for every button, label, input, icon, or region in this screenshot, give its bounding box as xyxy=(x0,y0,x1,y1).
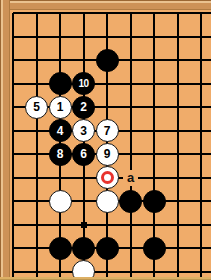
intersection-c4r2 xyxy=(72,25,96,49)
move-number: 9 xyxy=(104,148,111,160)
intersection-c3r2 xyxy=(48,25,72,49)
white-stone-move-9: 9 xyxy=(96,143,119,166)
move-number: 1 xyxy=(57,101,64,113)
intersection-c2r9 xyxy=(25,189,49,213)
intersection-c7r6 xyxy=(142,119,166,143)
intersection-c4r5: 2 xyxy=(72,95,96,119)
move-number: 3 xyxy=(80,124,87,136)
move-number: 5 xyxy=(33,101,40,113)
intersection-c7r11 xyxy=(142,236,166,260)
intersection-c7r3 xyxy=(142,48,166,72)
white-stone-move-7: 7 xyxy=(96,119,119,142)
intersection-c3r6: 4 xyxy=(48,119,72,143)
intersection-c8r7 xyxy=(166,142,190,166)
intersection-c9r11 xyxy=(189,236,211,260)
intersection-c5r2 xyxy=(95,25,119,49)
white-stone xyxy=(96,166,119,189)
intersection-c6r6 xyxy=(119,119,143,143)
intersection-c7r5 xyxy=(142,95,166,119)
intersection-c8r5 xyxy=(166,95,190,119)
intersection-c7r8 xyxy=(142,166,166,190)
black-stone-move-2: 2 xyxy=(72,96,95,119)
intersection-c8r3 xyxy=(166,48,190,72)
black-stone-move-6: 6 xyxy=(72,143,95,166)
move-number: 6 xyxy=(80,148,87,160)
white-stone-move-5: 5 xyxy=(25,96,48,119)
white-stone xyxy=(96,190,119,213)
white-stone-move-3: 3 xyxy=(72,119,95,142)
intersection-c7r9 xyxy=(142,189,166,213)
black-stone xyxy=(49,72,72,95)
intersection-c9r2 xyxy=(189,25,211,49)
intersection-c6r10 xyxy=(119,213,143,237)
intersection-c2r6 xyxy=(25,119,49,143)
intersection-c5r8 xyxy=(95,166,119,190)
black-stone-move-4: 4 xyxy=(49,119,72,142)
intersection-c3r11 xyxy=(48,236,72,260)
intersection-c6r4 xyxy=(119,72,143,96)
intersection-c7r4 xyxy=(142,72,166,96)
intersection-c4r6: 3 xyxy=(72,119,96,143)
intersection-c9r5 xyxy=(189,95,211,119)
move-number: 8 xyxy=(57,148,64,160)
intersection-c2r5: 5 xyxy=(25,95,49,119)
move-number: 7 xyxy=(104,124,111,136)
intersection-c9r10 xyxy=(189,213,211,237)
intersection-c4r11 xyxy=(72,236,96,260)
black-stone xyxy=(96,49,119,72)
intersection-c9r6 xyxy=(189,119,211,143)
intersection-c8r4 xyxy=(166,72,190,96)
hoshi-point xyxy=(81,222,87,228)
intersection-c8r8 xyxy=(166,166,190,190)
intersection-c2r10 xyxy=(25,213,49,237)
move-number: 2 xyxy=(80,101,87,113)
intersection-c3r4 xyxy=(48,72,72,96)
black-stone xyxy=(143,190,166,213)
intersection-c6r11 xyxy=(119,236,143,260)
intersection-c2r4 xyxy=(25,72,49,96)
point-label-a: a xyxy=(123,170,138,186)
intersection-c7r7 xyxy=(142,142,166,166)
intersection-c4r9 xyxy=(72,189,96,213)
intersection-c8r9 xyxy=(166,189,190,213)
intersection-c6r2 xyxy=(119,25,143,49)
intersection-c3r9 xyxy=(48,189,72,213)
intersection-c9r4 xyxy=(189,72,211,96)
intersection-c4r3 xyxy=(72,48,96,72)
intersection-c6r5 xyxy=(119,95,143,119)
intersection-c6r3 xyxy=(119,48,143,72)
intersection-c2r8 xyxy=(25,166,49,190)
intersection-c2r2 xyxy=(25,25,49,49)
intersection-c6r7 xyxy=(119,142,143,166)
intersection-c9r9 xyxy=(189,189,211,213)
intersection-c4r10 xyxy=(72,213,96,237)
intersection-c5r6: 7 xyxy=(95,119,119,143)
intersection-c5r9 xyxy=(95,189,119,213)
intersection-c5r10 xyxy=(95,213,119,237)
intersection-c8r6 xyxy=(166,119,190,143)
go-diagram: 10512437869a xyxy=(0,0,211,280)
intersection-c5r3 xyxy=(95,48,119,72)
board-frame-left xyxy=(0,0,10,280)
intersection-c3r7: 8 xyxy=(48,142,72,166)
intersection-c3r3 xyxy=(48,48,72,72)
white-stone-move-1: 1 xyxy=(49,96,72,119)
black-stone xyxy=(143,237,166,260)
intersection-c4r4: 10 xyxy=(72,72,96,96)
white-stone xyxy=(49,190,72,213)
intersection-c9r8 xyxy=(189,166,211,190)
intersection-c5r4 xyxy=(95,72,119,96)
intersection-c2r11 xyxy=(25,236,49,260)
intersection-c5r5 xyxy=(95,95,119,119)
black-stone xyxy=(72,237,95,260)
move-number: 10 xyxy=(78,78,88,88)
black-stone xyxy=(119,190,142,213)
go-board-grid: 10512437869a xyxy=(1,1,211,280)
intersection-c2r3 xyxy=(25,48,49,72)
intersection-c7r2 xyxy=(142,25,166,49)
black-stone xyxy=(49,237,72,260)
intersection-c2r7 xyxy=(25,142,49,166)
intersection-c9r3 xyxy=(189,48,211,72)
intersection-c4r7: 6 xyxy=(72,142,96,166)
intersection-c9r7 xyxy=(189,142,211,166)
black-stone-move-8: 8 xyxy=(49,143,72,166)
move-number: 4 xyxy=(57,124,64,136)
intersection-c7r10 xyxy=(142,213,166,237)
intersection-c8r10 xyxy=(166,213,190,237)
intersection-c5r11 xyxy=(95,236,119,260)
intersection-c5r7: 9 xyxy=(95,142,119,166)
intersection-c6r8: a xyxy=(119,166,143,190)
black-stone-move-10: 10 xyxy=(72,72,95,95)
intersection-c8r11 xyxy=(166,236,190,260)
intersection-c3r8 xyxy=(48,166,72,190)
intersection-c4r8 xyxy=(72,166,96,190)
black-stone xyxy=(96,237,119,260)
board-frame-top xyxy=(0,0,211,10)
intersection-c3r5: 1 xyxy=(48,95,72,119)
intersection-c8r2 xyxy=(166,25,190,49)
intersection-c6r9 xyxy=(119,189,143,213)
circle-mark xyxy=(101,171,114,184)
intersection-c3r10 xyxy=(48,213,72,237)
